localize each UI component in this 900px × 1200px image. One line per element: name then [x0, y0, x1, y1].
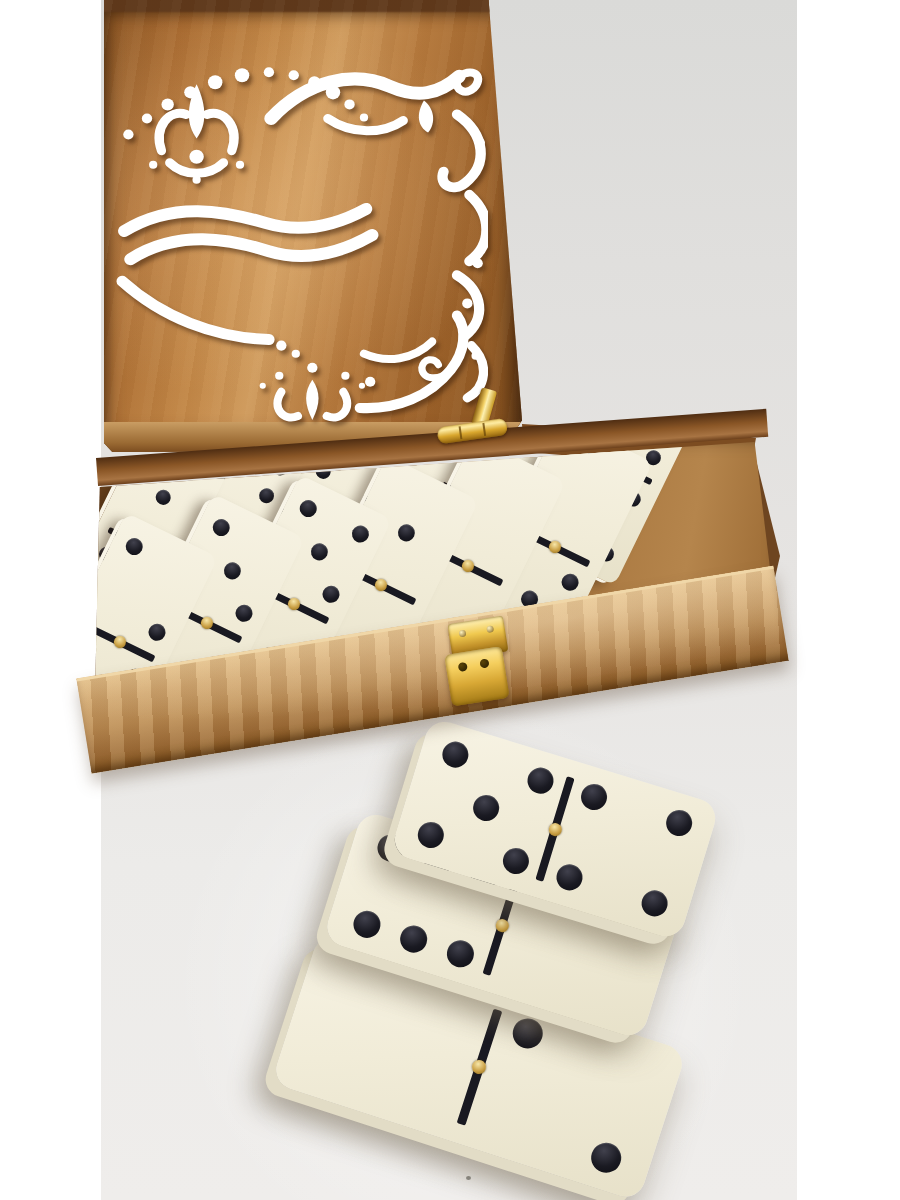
- product-photo-domino-set: [0, 0, 900, 1200]
- pip: [578, 781, 610, 813]
- pip: [319, 583, 342, 606]
- pip: [559, 571, 582, 594]
- pip: [221, 559, 244, 582]
- pip: [232, 602, 255, 625]
- pip: [469, 792, 501, 824]
- pip: [524, 765, 556, 797]
- pip: [500, 845, 532, 877]
- pip: [308, 540, 331, 563]
- pip: [350, 907, 384, 941]
- pip: [663, 807, 695, 839]
- pip: [72, 640, 95, 663]
- pip: [415, 819, 447, 851]
- carved-ornament: [116, 22, 488, 424]
- pip: [443, 937, 477, 971]
- pip: [638, 887, 670, 919]
- pip: [439, 739, 471, 771]
- pip: [123, 535, 146, 558]
- pip: [349, 523, 372, 546]
- pip: [210, 516, 233, 539]
- gold-clasp: [430, 614, 527, 714]
- pip: [145, 621, 168, 644]
- pip: [509, 1015, 547, 1053]
- pip: [553, 861, 585, 893]
- pip: [395, 521, 418, 544]
- pip: [43, 701, 66, 724]
- pip: [397, 922, 431, 956]
- pip: [297, 497, 320, 520]
- pip: [257, 486, 277, 506]
- pip: [588, 1139, 626, 1177]
- backdrop-speck: [466, 1176, 471, 1180]
- case-lid: [104, 0, 522, 452]
- pip: [153, 487, 173, 507]
